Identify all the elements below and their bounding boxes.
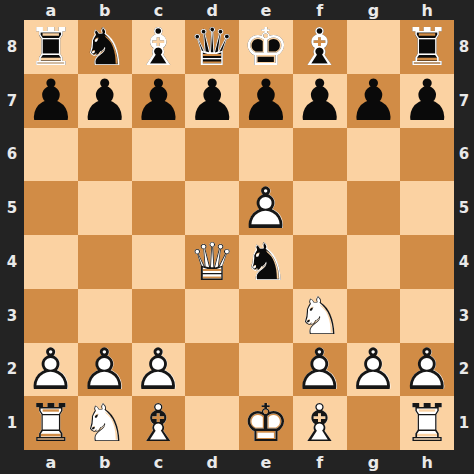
white-pawn[interactable]: ♟♙ xyxy=(400,343,454,397)
black-pawn-icon: ♟ xyxy=(400,74,454,128)
square-b7[interactable]: ♟♙ xyxy=(78,74,132,128)
white-queen-icon: ♛ xyxy=(185,235,239,289)
square-f7[interactable]: ♟♙ xyxy=(293,74,347,128)
square-d3[interactable] xyxy=(185,289,239,343)
white-bishop-outline-icon: ♗ xyxy=(293,396,347,450)
black-bishop[interactable]: ♝♗ xyxy=(293,20,347,74)
square-a5[interactable] xyxy=(24,181,78,235)
white-pawn-icon: ♟ xyxy=(78,343,132,397)
white-pawn-outline-icon: ♙ xyxy=(239,181,293,235)
black-pawn[interactable]: ♟♙ xyxy=(132,74,186,128)
black-pawn-icon: ♟ xyxy=(293,74,347,128)
file-label-e: e xyxy=(239,0,293,20)
white-pawn[interactable]: ♟♙ xyxy=(293,343,347,397)
square-b3[interactable] xyxy=(78,289,132,343)
square-h1[interactable]: ♜♖ xyxy=(400,396,454,450)
square-a8[interactable]: ♜♖ xyxy=(24,20,78,74)
black-rook-outline-icon: ♖ xyxy=(24,20,78,74)
square-g5[interactable] xyxy=(347,181,401,235)
white-pawn-icon: ♟ xyxy=(239,181,293,235)
rank-label-4: 4 xyxy=(454,235,474,289)
square-a7[interactable]: ♟♙ xyxy=(24,74,78,128)
file-label-a: a xyxy=(24,0,78,20)
rank-label-1: 1 xyxy=(454,396,474,450)
black-queen-icon: ♛ xyxy=(185,20,239,74)
square-g6[interactable] xyxy=(347,128,401,182)
square-f1[interactable]: ♝♗ xyxy=(293,396,347,450)
file-label-e: e xyxy=(239,450,293,474)
square-h3[interactable] xyxy=(400,289,454,343)
square-b6[interactable] xyxy=(78,128,132,182)
square-a3[interactable] xyxy=(24,289,78,343)
square-f2[interactable]: ♟♙ xyxy=(293,343,347,397)
square-c2[interactable]: ♟♙ xyxy=(132,343,186,397)
square-c8[interactable]: ♝♗ xyxy=(132,20,186,74)
black-bishop-outline-icon: ♗ xyxy=(293,20,347,74)
square-e5[interactable]: ♟♙ xyxy=(239,181,293,235)
black-pawn-icon: ♟ xyxy=(132,74,186,128)
white-knight-outline-icon: ♘ xyxy=(78,396,132,450)
white-knight[interactable]: ♞♘ xyxy=(78,396,132,450)
file-labels-bottom: abcdefgh xyxy=(24,450,454,474)
square-e3[interactable] xyxy=(239,289,293,343)
file-label-d: d xyxy=(185,450,239,474)
white-pawn-outline-icon: ♙ xyxy=(24,343,78,397)
black-bishop-outline-icon: ♗ xyxy=(132,20,186,74)
square-a2[interactable]: ♟♙ xyxy=(24,343,78,397)
square-c7[interactable]: ♟♙ xyxy=(132,74,186,128)
file-label-b: b xyxy=(78,0,132,20)
chess-board-frame: abcdefgh abcdefgh 87654321 87654321 ♜♖♞♘… xyxy=(0,0,474,474)
white-queen-outline-icon: ♕ xyxy=(185,235,239,289)
white-pawn-outline-icon: ♙ xyxy=(293,343,347,397)
black-rook-icon: ♜ xyxy=(24,20,78,74)
square-e1[interactable]: ♚♔ xyxy=(239,396,293,450)
square-c4[interactable] xyxy=(132,235,186,289)
white-pawn-outline-icon: ♙ xyxy=(400,343,454,397)
black-pawn-icon: ♟ xyxy=(239,74,293,128)
square-f3[interactable]: ♞♘ xyxy=(293,289,347,343)
white-bishop-outline-icon: ♗ xyxy=(132,396,186,450)
square-h2[interactable]: ♟♙ xyxy=(400,343,454,397)
square-b1[interactable]: ♞♘ xyxy=(78,396,132,450)
white-rook-icon: ♜ xyxy=(400,396,454,450)
square-f8[interactable]: ♝♗ xyxy=(293,20,347,74)
black-knight-outline-icon: ♘ xyxy=(78,20,132,74)
rank-labels-right: 87654321 xyxy=(454,20,474,450)
black-pawn[interactable]: ♟♙ xyxy=(78,74,132,128)
white-pawn-icon: ♟ xyxy=(293,343,347,397)
square-b2[interactable]: ♟♙ xyxy=(78,343,132,397)
white-queen[interactable]: ♛♕ xyxy=(185,235,239,289)
rank-label-6: 6 xyxy=(454,128,474,182)
black-rook[interactable]: ♜♖ xyxy=(24,20,78,74)
white-king-icon: ♚ xyxy=(239,396,293,450)
black-king-outline-icon: ♔ xyxy=(239,20,293,74)
black-pawn-icon: ♟ xyxy=(185,74,239,128)
white-pawn[interactable]: ♟♙ xyxy=(239,181,293,235)
white-pawn-outline-icon: ♙ xyxy=(132,343,186,397)
black-knight[interactable]: ♞♘ xyxy=(78,20,132,74)
white-rook[interactable]: ♜♖ xyxy=(400,396,454,450)
white-king[interactable]: ♚♔ xyxy=(239,396,293,450)
black-knight[interactable]: ♞♘ xyxy=(239,235,293,289)
square-a4[interactable] xyxy=(24,235,78,289)
square-e7[interactable]: ♟♙ xyxy=(239,74,293,128)
square-g1[interactable] xyxy=(347,396,401,450)
white-king-outline-icon: ♔ xyxy=(239,396,293,450)
white-pawn-outline-icon: ♙ xyxy=(347,343,401,397)
white-rook-icon: ♜ xyxy=(24,396,78,450)
rank-label-1: 1 xyxy=(0,396,24,450)
board-grid: ♜♖♞♘♝♗♛♕♚♔♝♗♜♖♟♙♟♙♟♙♟♙♟♙♟♙♟♙♟♙♟♙♛♕♞♘♞♘♟♙… xyxy=(24,20,454,450)
black-king[interactable]: ♚♔ xyxy=(239,20,293,74)
square-g7[interactable]: ♟♙ xyxy=(347,74,401,128)
white-pawn[interactable]: ♟♙ xyxy=(132,343,186,397)
square-c3[interactable] xyxy=(132,289,186,343)
black-bishop-icon: ♝ xyxy=(293,20,347,74)
black-bishop[interactable]: ♝♗ xyxy=(132,20,186,74)
black-pawn[interactable]: ♟♙ xyxy=(347,74,401,128)
file-label-g: g xyxy=(347,450,401,474)
file-label-c: c xyxy=(132,450,186,474)
white-pawn-icon: ♟ xyxy=(400,343,454,397)
file-label-c: c xyxy=(132,0,186,20)
white-rook-outline-icon: ♖ xyxy=(400,396,454,450)
square-b8[interactable]: ♞♘ xyxy=(78,20,132,74)
white-bishop[interactable]: ♝♗ xyxy=(293,396,347,450)
square-d5[interactable] xyxy=(185,181,239,235)
rank-label-2: 2 xyxy=(454,343,474,397)
rank-label-3: 3 xyxy=(454,289,474,343)
rank-label-8: 8 xyxy=(0,20,24,74)
rank-labels-left: 87654321 xyxy=(0,20,24,450)
square-g4[interactable] xyxy=(347,235,401,289)
black-rook-icon: ♜ xyxy=(400,20,454,74)
file-labels-top: abcdefgh xyxy=(24,0,454,20)
black-pawn-icon: ♟ xyxy=(78,74,132,128)
white-pawn[interactable]: ♟♙ xyxy=(347,343,401,397)
white-pawn-icon: ♟ xyxy=(347,343,401,397)
square-h6[interactable] xyxy=(400,128,454,182)
square-b4[interactable] xyxy=(78,235,132,289)
file-label-f: f xyxy=(293,450,347,474)
white-pawn-icon: ♟ xyxy=(24,343,78,397)
white-knight[interactable]: ♞♘ xyxy=(293,289,347,343)
white-bishop-icon: ♝ xyxy=(293,396,347,450)
white-pawn[interactable]: ♟♙ xyxy=(78,343,132,397)
square-g3[interactable] xyxy=(347,289,401,343)
file-label-h: h xyxy=(400,450,454,474)
black-pawn[interactable]: ♟♙ xyxy=(400,74,454,128)
square-d8[interactable]: ♛♕ xyxy=(185,20,239,74)
black-knight-icon: ♞ xyxy=(78,20,132,74)
square-a1[interactable]: ♜♖ xyxy=(24,396,78,450)
square-e8[interactable]: ♚♔ xyxy=(239,20,293,74)
square-e6[interactable] xyxy=(239,128,293,182)
square-h7[interactable]: ♟♙ xyxy=(400,74,454,128)
square-h8[interactable]: ♜♖ xyxy=(400,20,454,74)
square-e4[interactable]: ♞♘ xyxy=(239,235,293,289)
rank-label-6: 6 xyxy=(0,128,24,182)
square-h4[interactable] xyxy=(400,235,454,289)
square-c1[interactable]: ♝♗ xyxy=(132,396,186,450)
file-label-f: f xyxy=(293,0,347,20)
rank-label-5: 5 xyxy=(454,181,474,235)
square-d7[interactable]: ♟♙ xyxy=(185,74,239,128)
rank-label-8: 8 xyxy=(454,20,474,74)
black-knight-outline-icon: ♘ xyxy=(239,235,293,289)
white-knight-outline-icon: ♘ xyxy=(293,289,347,343)
rank-label-7: 7 xyxy=(0,74,24,128)
square-g8[interactable] xyxy=(347,20,401,74)
rank-label-4: 4 xyxy=(0,235,24,289)
black-bishop-icon: ♝ xyxy=(132,20,186,74)
square-c5[interactable] xyxy=(132,181,186,235)
file-label-b: b xyxy=(78,450,132,474)
square-f4[interactable] xyxy=(293,235,347,289)
square-e2[interactable] xyxy=(239,343,293,397)
white-knight-icon: ♞ xyxy=(78,396,132,450)
square-d6[interactable] xyxy=(185,128,239,182)
white-pawn[interactable]: ♟♙ xyxy=(24,343,78,397)
file-label-h: h xyxy=(400,0,454,20)
white-pawn-outline-icon: ♙ xyxy=(78,343,132,397)
file-label-d: d xyxy=(185,0,239,20)
black-pawn-icon: ♟ xyxy=(347,74,401,128)
black-knight-icon: ♞ xyxy=(239,235,293,289)
square-f5[interactable] xyxy=(293,181,347,235)
square-d1[interactable] xyxy=(185,396,239,450)
rank-label-7: 7 xyxy=(454,74,474,128)
black-queen[interactable]: ♛♕ xyxy=(185,20,239,74)
white-bishop-icon: ♝ xyxy=(132,396,186,450)
white-pawn-icon: ♟ xyxy=(132,343,186,397)
black-rook-outline-icon: ♖ xyxy=(400,20,454,74)
square-h5[interactable] xyxy=(400,181,454,235)
square-c6[interactable] xyxy=(132,128,186,182)
black-king-icon: ♚ xyxy=(239,20,293,74)
square-g2[interactable]: ♟♙ xyxy=(347,343,401,397)
black-pawn[interactable]: ♟♙ xyxy=(24,74,78,128)
black-pawn-icon: ♟ xyxy=(24,74,78,128)
square-b5[interactable] xyxy=(78,181,132,235)
square-f6[interactable] xyxy=(293,128,347,182)
white-bishop[interactable]: ♝♗ xyxy=(132,396,186,450)
white-rook[interactable]: ♜♖ xyxy=(24,396,78,450)
rank-label-2: 2 xyxy=(0,343,24,397)
black-queen-outline-icon: ♕ xyxy=(185,20,239,74)
square-d2[interactable] xyxy=(185,343,239,397)
white-rook-outline-icon: ♖ xyxy=(24,396,78,450)
file-label-a: a xyxy=(24,450,78,474)
white-knight-icon: ♞ xyxy=(293,289,347,343)
rank-label-5: 5 xyxy=(0,181,24,235)
black-pawn[interactable]: ♟♙ xyxy=(185,74,239,128)
square-a6[interactable] xyxy=(24,128,78,182)
black-pawn[interactable]: ♟♙ xyxy=(239,74,293,128)
black-rook[interactable]: ♜♖ xyxy=(400,20,454,74)
square-d4[interactable]: ♛♕ xyxy=(185,235,239,289)
rank-label-3: 3 xyxy=(0,289,24,343)
file-label-g: g xyxy=(347,0,401,20)
black-pawn[interactable]: ♟♙ xyxy=(293,74,347,128)
